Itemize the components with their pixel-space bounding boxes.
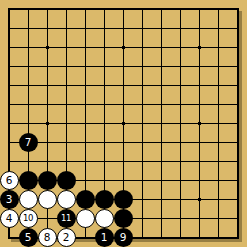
stone-black[interactable] (114, 190, 133, 209)
stone-black[interactable] (57, 171, 76, 190)
move-number: 7 (25, 137, 32, 148)
stone-white-move-6[interactable]: 6 (0, 171, 19, 190)
stone-black[interactable] (76, 190, 95, 209)
stone-white[interactable] (38, 190, 57, 209)
stone-white[interactable] (95, 209, 114, 228)
move-number: 4 (6, 213, 13, 224)
move-number: 8 (44, 232, 51, 243)
stone-white[interactable] (19, 190, 38, 209)
move-number: 5 (25, 232, 32, 243)
stone-black[interactable] (19, 171, 38, 190)
move-number: 2 (63, 232, 70, 243)
stone-black-move-1[interactable]: 1 (95, 228, 114, 247)
move-number: 6 (6, 175, 13, 186)
stone-white-move-4[interactable]: 4 (0, 209, 19, 228)
stone-black-move-9[interactable]: 9 (114, 228, 133, 247)
move-number: 11 (61, 214, 71, 223)
move-number: 3 (6, 194, 13, 205)
stone-black-move-11[interactable]: 11 (57, 209, 76, 228)
move-number: 9 (120, 232, 127, 243)
stone-white-move-8[interactable]: 8 (38, 228, 57, 247)
stone-white[interactable] (76, 209, 95, 228)
stone-black[interactable] (38, 171, 57, 190)
move-number: 10 (23, 214, 33, 223)
stone-white[interactable] (57, 190, 76, 209)
stone-white-move-2[interactable]: 2 (57, 228, 76, 247)
stone-white-move-10[interactable]: 10 (19, 209, 38, 228)
stone-black-move-3[interactable]: 3 (0, 190, 19, 209)
stone-black[interactable] (95, 190, 114, 209)
stone-black-move-7[interactable]: 7 (19, 133, 38, 152)
move-number: 1 (101, 232, 108, 243)
go-board[interactable]: 7634101158219 (0, 0, 247, 247)
stone-black-move-5[interactable]: 5 (19, 228, 38, 247)
go-board-diagram: 7634101158219 (0, 0, 247, 247)
stone-black[interactable] (114, 209, 133, 228)
